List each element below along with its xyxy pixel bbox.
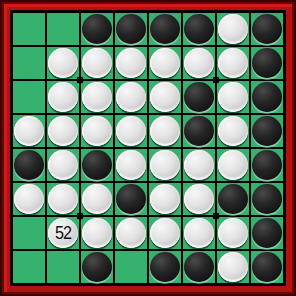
white-disc — [48, 82, 78, 112]
cell-g1[interactable] — [217, 13, 249, 45]
cell-b8[interactable] — [47, 251, 79, 283]
cell-g6[interactable] — [217, 183, 249, 215]
cell-a2[interactable] — [13, 47, 45, 79]
white-disc — [218, 82, 248, 112]
black-disc — [116, 14, 146, 44]
cell-h2[interactable] — [251, 47, 283, 79]
white-disc — [218, 218, 248, 248]
black-disc — [82, 150, 112, 180]
cell-f1[interactable] — [183, 13, 215, 45]
cell-b6[interactable] — [47, 183, 79, 215]
cell-a4[interactable] — [13, 115, 45, 147]
cell-f8[interactable] — [183, 251, 215, 283]
cell-h7[interactable] — [251, 217, 283, 249]
cell-a3[interactable] — [13, 81, 45, 113]
cell-b5[interactable] — [47, 149, 79, 181]
cell-a5[interactable] — [13, 149, 45, 181]
cell-e5[interactable] — [149, 149, 181, 181]
black-disc — [252, 150, 282, 180]
cell-b4[interactable] — [47, 115, 79, 147]
cell-c5[interactable] — [81, 149, 113, 181]
cell-g8[interactable] — [217, 251, 249, 283]
white-disc — [48, 48, 78, 78]
cell-f5[interactable] — [183, 149, 215, 181]
board-frame: 52 — [0, 0, 296, 296]
black-disc — [252, 218, 282, 248]
black-disc — [252, 252, 282, 282]
black-disc — [252, 82, 282, 112]
board-frame-inner: 52 — [2, 2, 294, 294]
cell-g7[interactable] — [217, 217, 249, 249]
black-disc — [150, 252, 180, 282]
black-disc — [252, 14, 282, 44]
white-disc — [82, 48, 112, 78]
cell-b3[interactable] — [47, 81, 79, 113]
cell-e3[interactable] — [149, 81, 181, 113]
white-disc — [184, 48, 214, 78]
star-point — [77, 213, 83, 219]
white-disc — [150, 218, 180, 248]
cell-f3[interactable] — [183, 81, 215, 113]
cell-e7[interactable] — [149, 217, 181, 249]
cell-d8[interactable] — [115, 251, 147, 283]
cell-a8[interactable] — [13, 251, 45, 283]
cell-c8[interactable] — [81, 251, 113, 283]
cell-e6[interactable] — [149, 183, 181, 215]
white-disc — [14, 116, 44, 146]
black-disc — [252, 116, 282, 146]
white-disc — [48, 116, 78, 146]
cell-d1[interactable] — [115, 13, 147, 45]
cell-a1[interactable] — [13, 13, 45, 45]
cell-d5[interactable] — [115, 149, 147, 181]
cell-h3[interactable] — [251, 81, 283, 113]
star-point — [77, 77, 83, 83]
white-disc — [14, 184, 44, 214]
white-disc — [116, 48, 146, 78]
cell-f6[interactable] — [183, 183, 215, 215]
cell-d6[interactable] — [115, 183, 147, 215]
cell-b1[interactable] — [47, 13, 79, 45]
white-disc — [150, 116, 180, 146]
white-disc — [184, 184, 214, 214]
cell-a6[interactable] — [13, 183, 45, 215]
cell-h8[interactable] — [251, 251, 283, 283]
cell-f2[interactable] — [183, 47, 215, 79]
cell-d2[interactable] — [115, 47, 147, 79]
white-disc — [150, 150, 180, 180]
cell-f4[interactable] — [183, 115, 215, 147]
white-disc: 52 — [48, 218, 78, 248]
cell-f7[interactable] — [183, 217, 215, 249]
star-point — [213, 77, 219, 83]
white-disc — [184, 218, 214, 248]
white-disc — [82, 184, 112, 214]
black-disc — [184, 116, 214, 146]
black-disc — [218, 184, 248, 214]
cell-e4[interactable] — [149, 115, 181, 147]
white-disc — [48, 150, 78, 180]
black-disc — [82, 14, 112, 44]
black-disc — [252, 48, 282, 78]
white-disc — [150, 82, 180, 112]
cell-e8[interactable] — [149, 251, 181, 283]
cell-g5[interactable] — [217, 149, 249, 181]
cell-h4[interactable] — [251, 115, 283, 147]
cell-c1[interactable] — [81, 13, 113, 45]
cell-c2[interactable] — [81, 47, 113, 79]
white-disc — [150, 184, 180, 214]
black-disc — [116, 184, 146, 214]
white-disc — [116, 218, 146, 248]
cell-b2[interactable] — [47, 47, 79, 79]
white-disc — [82, 116, 112, 146]
black-disc — [82, 252, 112, 282]
cell-d4[interactable] — [115, 115, 147, 147]
white-disc — [218, 252, 248, 282]
white-disc — [150, 48, 180, 78]
white-disc — [116, 150, 146, 180]
cell-h1[interactable] — [251, 13, 283, 45]
white-disc — [48, 184, 78, 214]
cell-e2[interactable] — [149, 47, 181, 79]
cell-c6[interactable] — [81, 183, 113, 215]
board: 52 — [10, 10, 286, 286]
star-point — [213, 213, 219, 219]
white-disc — [218, 116, 248, 146]
black-disc — [150, 14, 180, 44]
white-disc — [116, 116, 146, 146]
cell-b7[interactable]: 52 — [47, 217, 79, 249]
white-disc — [218, 48, 248, 78]
white-disc — [116, 82, 146, 112]
cell-a7[interactable] — [13, 217, 45, 249]
white-disc — [218, 150, 248, 180]
cell-h6[interactable] — [251, 183, 283, 215]
black-disc — [14, 150, 44, 180]
black-disc — [184, 82, 214, 112]
cell-c7[interactable] — [81, 217, 113, 249]
black-disc — [252, 184, 282, 214]
black-disc — [184, 252, 214, 282]
cell-e1[interactable] — [149, 13, 181, 45]
cell-c3[interactable] — [81, 81, 113, 113]
white-disc — [218, 14, 248, 44]
cell-h5[interactable] — [251, 149, 283, 181]
white-disc — [82, 218, 112, 248]
cell-c4[interactable] — [81, 115, 113, 147]
cell-d7[interactable] — [115, 217, 147, 249]
move-number-label: 52 — [55, 224, 71, 242]
white-disc — [184, 150, 214, 180]
cell-g2[interactable] — [217, 47, 249, 79]
black-disc — [184, 14, 214, 44]
cell-g4[interactable] — [217, 115, 249, 147]
cell-g3[interactable] — [217, 81, 249, 113]
cell-d3[interactable] — [115, 81, 147, 113]
white-disc — [82, 82, 112, 112]
